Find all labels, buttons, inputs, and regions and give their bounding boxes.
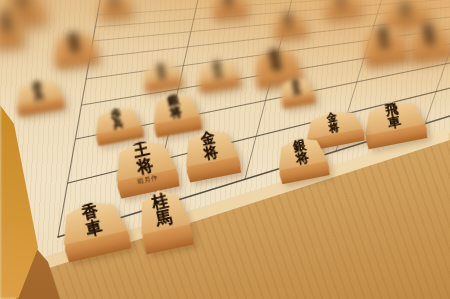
piece-kanji: 兵: [33, 90, 45, 102]
piece-kanji: 兵: [224, 0, 233, 8]
piece-kanji: 兵: [111, 0, 120, 9]
shogi-piece-pawn: 歩兵: [272, 10, 307, 40]
piece-kanji: 兵: [292, 87, 302, 97]
shogi-piece-pawn: 歩兵: [12, 76, 65, 117]
shogi-piece-rook: 飛車: [360, 96, 429, 149]
piece-kanji: 将: [424, 35, 436, 48]
piece-kanji: 将: [328, 122, 340, 134]
piece-kanji: 兵: [378, 38, 391, 51]
piece-kanji: 将: [169, 106, 183, 121]
shogi-piece-pawn: 歩兵: [141, 59, 183, 93]
shogi-piece-pawn: 歩兵: [361, 23, 410, 67]
piece-kanji: 将: [135, 157, 154, 177]
piece-kanji: 将: [203, 145, 220, 162]
shogi-piece-silver: 銀将: [149, 90, 203, 138]
piece-kanji: 将: [401, 9, 410, 19]
shogi-piece-pawn: 歩兵: [278, 75, 316, 108]
shogi-piece-pawn: 歩兵: [91, 104, 145, 147]
pieces-layer: 歩兵歩兵歩兵歩兵金将香車歩兵歩兵銀将銀将銀将歩兵歩兵歩兵歩兵銀将歩兵飛車金将銀将…: [0, 0, 450, 299]
shogi-piece-knight: 桂馬: [133, 185, 194, 254]
piece-kanji: 兵: [285, 20, 294, 29]
shogi-piece-pawn: 歩兵: [323, 0, 362, 20]
piece-kanji: 将: [294, 151, 309, 166]
shogi-photo: 歩兵歩兵歩兵歩兵金将香車歩兵歩兵銀将銀将銀将歩兵歩兵歩兵歩兵銀将歩兵飛車金将銀将…: [0, 0, 450, 299]
shogi-piece-silver: 銀将: [51, 29, 99, 69]
shogi-piece-silver: 銀将: [407, 21, 450, 62]
shogi-piece-silver: 銀将: [273, 134, 330, 185]
piece-kanji: 車: [386, 115, 401, 130]
shogi-piece-gold: 金将: [180, 125, 242, 182]
piece-kanji: 馬: [154, 208, 173, 228]
piece-kanji: 将: [69, 42, 81, 54]
piece-kanji: 兵: [338, 0, 347, 9]
piece-kanji: 兵: [213, 69, 223, 80]
piece-kanji: 将: [270, 60, 283, 74]
shogi-piece-pawn: 歩兵: [98, 0, 133, 20]
shogi-piece-pawn: 歩兵: [195, 57, 241, 93]
shogi-piece-lance: 香車: [56, 195, 132, 262]
shogi-piece-pawn: 歩兵: [211, 0, 248, 20]
piece-kanji: 兵: [157, 71, 167, 81]
piece-kanji: 兵: [112, 118, 124, 130]
piece-kanji: 車: [84, 218, 104, 238]
piece-kanji: 車: [1, 22, 13, 34]
